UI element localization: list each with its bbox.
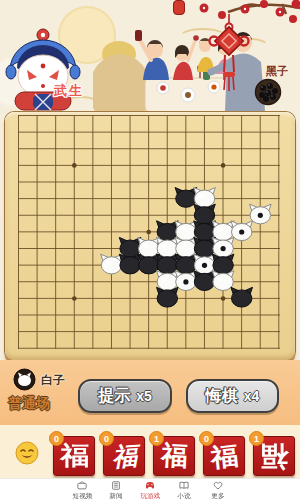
- arena-mode-label: 普通场: [8, 395, 50, 413]
- nav-label: 小说: [177, 491, 190, 500]
- fu-card-row: 0 福 0 福 1 福 0 福 1 福: [0, 425, 300, 478]
- star-point: [72, 163, 77, 168]
- white-side-label: 白子: [41, 372, 65, 389]
- black-stones-bowl-icon: [254, 78, 282, 106]
- fu-card[interactable]: 0 福: [103, 436, 145, 476]
- nav-item-novel[interactable]: 小说: [171, 479, 198, 500]
- fu-card[interactable]: 0 福: [203, 436, 245, 476]
- black-stone: [231, 287, 253, 307]
- nav-label: 短视频: [72, 491, 92, 500]
- star-point: [72, 296, 77, 301]
- hint-count: x5: [136, 388, 152, 404]
- winning-stone-marker: [202, 263, 207, 268]
- black-side-label: 黑子: [266, 64, 288, 79]
- gamepad-icon: [143, 481, 157, 490]
- fu-character: 福: [208, 436, 239, 477]
- fu-character: 福: [160, 435, 188, 476]
- nav-item-short-video[interactable]: 短视频: [69, 479, 96, 500]
- winning-stone-marker: [258, 213, 263, 218]
- hint-button-label: 提示: [98, 386, 130, 407]
- fu-character: 福: [60, 437, 89, 475]
- nav-item-news[interactable]: 新闻: [103, 479, 130, 500]
- star-point: [146, 230, 151, 235]
- bottom-nav: 短视频 新闻 玩游戏 小说 更多: [0, 478, 300, 500]
- undo-button-label: 悔棋: [206, 386, 238, 407]
- black-stone: [194, 271, 216, 291]
- gomoku-board[interactable]: [5, 112, 295, 360]
- newspaper-icon: [109, 481, 123, 490]
- header-scene: 武生: [0, 0, 300, 112]
- lantern-icon: [173, 0, 185, 15]
- book-icon: [177, 481, 191, 490]
- white-stone-icon: [13, 368, 36, 391]
- white-stone: [194, 188, 216, 208]
- smiley-emoji-icon[interactable]: [15, 441, 39, 465]
- undo-count: x4: [244, 388, 260, 404]
- nav-item-more[interactable]: 更多: [205, 479, 232, 500]
- winning-stone-marker: [239, 229, 244, 234]
- nav-label: 新闻: [109, 491, 122, 500]
- winning-stone-marker: [221, 246, 226, 251]
- fu-character: 福: [110, 436, 138, 476]
- control-bar: 白子 普通场 提示 x5 悔棋 x4: [0, 360, 300, 425]
- hint-button[interactable]: 提示 x5: [78, 379, 172, 413]
- star-point: [221, 296, 226, 301]
- black-stone: [119, 254, 141, 274]
- winning-stone-marker: [183, 279, 188, 284]
- nav-label: 玩游戏: [140, 491, 160, 500]
- fu-character: 福: [260, 435, 288, 477]
- heart-icon: [211, 481, 225, 490]
- black-stone: [157, 287, 179, 307]
- stones-layer: [5, 112, 295, 360]
- undo-button[interactable]: 悔棋 x4: [186, 379, 279, 413]
- white-stone: [157, 271, 179, 291]
- nav-item-play-game[interactable]: 玩游戏: [137, 479, 164, 500]
- gomoku-app-screen: 武生: [0, 0, 300, 500]
- fu-card[interactable]: 1 福: [253, 436, 295, 476]
- nav-label: 更多: [211, 491, 224, 500]
- tv-icon: [75, 481, 89, 490]
- player-role-label: 武生: [54, 82, 84, 100]
- white-stone: [101, 254, 123, 274]
- fu-card[interactable]: 1 福: [153, 436, 195, 476]
- fu-card[interactable]: 0 福: [53, 436, 95, 476]
- star-point: [221, 163, 226, 168]
